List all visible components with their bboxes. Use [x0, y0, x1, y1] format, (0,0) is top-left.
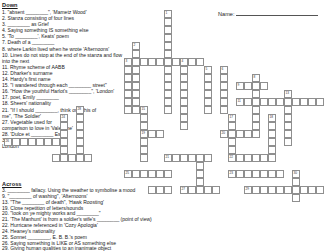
grid-cell[interactable]: [164, 26, 172, 34]
grid-cell[interactable]: 22: [228, 154, 236, 162]
clue-number: 13: [286, 91, 290, 95]
grid-cell[interactable]: [124, 82, 132, 90]
grid-cell[interactable]: [60, 122, 68, 130]
clue-number: 28: [78, 107, 82, 111]
grid-cell[interactable]: [164, 98, 172, 106]
grid-cell[interactable]: [140, 170, 148, 178]
grid-cell[interactable]: [156, 130, 164, 138]
grid-cell[interactable]: 11: [236, 98, 244, 106]
grid-cell[interactable]: 13: [284, 90, 292, 98]
name-fill-in-rule[interactable]: [236, 10, 318, 16]
grid-cell[interactable]: 6: [220, 66, 228, 74]
grid-cell[interactable]: [204, 98, 212, 106]
grid-cell[interactable]: [156, 170, 164, 178]
grid-cell[interactable]: [76, 130, 84, 138]
clue-number: 15: [142, 107, 146, 111]
grid-cell[interactable]: [220, 74, 228, 82]
grid-cell[interactable]: [260, 98, 268, 106]
grid-cell[interactable]: [220, 98, 228, 106]
grid-cell[interactable]: [124, 98, 132, 106]
grid-cell[interactable]: [44, 138, 52, 146]
grid-cell[interactable]: [84, 154, 92, 162]
grid-cell[interactable]: [196, 170, 204, 178]
grid-cell[interactable]: [60, 154, 68, 162]
clue-number: 25: [126, 171, 130, 175]
clue-number: 1: [166, 11, 168, 15]
grid-cell[interactable]: [244, 130, 252, 138]
grid-cell[interactable]: [316, 98, 324, 106]
grid-cell[interactable]: 25: [124, 170, 132, 178]
grid-cell[interactable]: [12, 138, 20, 146]
grid-cell[interactable]: [196, 162, 204, 170]
grid-cell[interactable]: [180, 90, 188, 98]
clue-number: 11: [238, 99, 241, 103]
grid-cell[interactable]: [132, 58, 140, 66]
grid-cell[interactable]: [244, 82, 252, 90]
grid-cell[interactable]: [180, 154, 188, 162]
grid-cell[interactable]: [260, 154, 268, 162]
grid-cell[interactable]: [180, 82, 188, 90]
grid-cell[interactable]: 18: [268, 114, 276, 122]
grid-cell[interactable]: [132, 90, 140, 98]
grid-cell[interactable]: 19: [140, 130, 148, 138]
grid-cell[interactable]: 21: [164, 154, 172, 162]
grid-cell[interactable]: [28, 138, 36, 146]
grid-cell[interactable]: [52, 138, 60, 146]
grid-cell[interactable]: [148, 130, 156, 138]
grid-cell[interactable]: [124, 74, 132, 82]
grid-cell[interactable]: [284, 122, 292, 130]
grid-cell[interactable]: [204, 74, 212, 82]
grid-cell[interactable]: [268, 98, 276, 106]
grid-cell[interactable]: [148, 58, 156, 66]
grid-cell[interactable]: [284, 138, 292, 146]
grid-cell[interactable]: [140, 138, 148, 146]
grid-cell[interactable]: 5: [204, 66, 212, 74]
grid-cell[interactable]: [140, 114, 148, 122]
grid-cell[interactable]: [284, 98, 292, 106]
grid-cell[interactable]: [180, 122, 188, 130]
grid-cell[interactable]: [268, 170, 276, 178]
grid-cell[interactable]: [76, 138, 84, 146]
grid-cell[interactable]: [164, 106, 172, 114]
grid-cell[interactable]: [228, 146, 236, 154]
grid-cell[interactable]: [76, 146, 84, 154]
grid-cell[interactable]: [140, 58, 148, 66]
grid-cell[interactable]: [132, 106, 140, 114]
grid-cell[interactable]: [292, 178, 300, 186]
grid-cell[interactable]: 8: [252, 74, 260, 82]
grid-cell[interactable]: [156, 58, 164, 66]
grid-cell[interactable]: [180, 98, 188, 106]
grid-cell[interactable]: [188, 154, 196, 162]
clue-number: 4: [182, 59, 184, 63]
grid-cell[interactable]: 20: [220, 130, 228, 138]
grid-cell[interactable]: [308, 98, 316, 106]
grid-cell[interactable]: [236, 154, 244, 162]
clue-line: 10. Lines do not stop at the end of the …: [2, 52, 124, 64]
grid-cell[interactable]: [180, 106, 188, 114]
clue-number: 9: [238, 83, 240, 87]
grid-cell[interactable]: [132, 74, 140, 82]
grid-cell[interactable]: [180, 114, 188, 122]
grid-cell[interactable]: [140, 122, 148, 130]
grid-cell[interactable]: [220, 82, 228, 90]
grid-cell[interactable]: 1: [164, 10, 172, 18]
grid-cell[interactable]: [228, 138, 236, 146]
grid-cell[interactable]: [60, 130, 68, 138]
grid-cell[interactable]: [36, 138, 44, 146]
grid-cell[interactable]: 30: [292, 170, 300, 178]
grid-cell[interactable]: [164, 42, 172, 50]
grid-cell[interactable]: [276, 170, 284, 178]
grid-cell[interactable]: [180, 74, 188, 82]
clue-number: 6: [222, 67, 224, 71]
grid-cell[interactable]: [76, 122, 84, 130]
grid-cell[interactable]: 15: [140, 106, 148, 114]
grid-cell[interactable]: [204, 106, 212, 114]
grid-cell[interactable]: [164, 74, 172, 82]
grid-cell[interactable]: [252, 90, 260, 98]
grid-cell[interactable]: [60, 146, 68, 154]
grid-cell[interactable]: [236, 170, 244, 178]
grid-cell[interactable]: [220, 106, 228, 114]
grid-cell[interactable]: [260, 170, 268, 178]
grid-cell[interactable]: [244, 170, 252, 178]
grid-cell[interactable]: [164, 82, 172, 90]
grid-cell[interactable]: [124, 66, 132, 74]
grid-cell[interactable]: [252, 170, 260, 178]
grid-cell[interactable]: [276, 98, 284, 106]
clue-number: 20: [222, 131, 226, 135]
grid-cell[interactable]: [20, 138, 28, 146]
grid-cell[interactable]: [180, 66, 188, 74]
grid-cell[interactable]: [148, 170, 156, 178]
grid-cell[interactable]: 9: [236, 82, 244, 90]
grid-cell[interactable]: 24: [60, 114, 68, 122]
grid-cell[interactable]: [260, 82, 268, 90]
grid-cell[interactable]: 26: [4, 138, 12, 146]
clue-number: 2: [134, 43, 136, 47]
grid-cell[interactable]: [124, 90, 132, 98]
grid-cell[interactable]: [140, 154, 148, 162]
grid-cell[interactable]: [268, 146, 276, 154]
grid-cell[interactable]: [164, 18, 172, 26]
clue-number: 22: [230, 155, 234, 159]
grid-cell[interactable]: [252, 130, 260, 138]
grid-cell[interactable]: [236, 130, 244, 138]
clue-line: 8. where Larkin lived when he wrote 'Aft…: [2, 46, 124, 52]
clue-number: 17: [230, 115, 234, 119]
grid-cell[interactable]: [252, 98, 260, 106]
grid-cell[interactable]: [76, 154, 84, 162]
grid-cell[interactable]: [292, 98, 300, 106]
grid-cell[interactable]: [172, 154, 180, 162]
clue-number: 21: [166, 155, 170, 159]
clue-number: 30: [294, 171, 298, 175]
grid-cell[interactable]: [196, 154, 204, 162]
grid-cell[interactable]: [268, 154, 276, 162]
clue-number: 8: [254, 75, 256, 79]
grid-cell[interactable]: [164, 34, 172, 42]
grid-cell[interactable]: [204, 90, 212, 98]
clue-number: 19: [142, 131, 146, 135]
grid-cell[interactable]: [164, 90, 172, 98]
clue-number: 3: [126, 59, 128, 63]
grid-cell[interactable]: 4: [180, 58, 188, 66]
grid-cell[interactable]: [252, 82, 260, 90]
grid-cell[interactable]: [52, 154, 60, 162]
grid-cell[interactable]: [244, 154, 252, 162]
grid-cell[interactable]: [308, 186, 316, 194]
grid-cell[interactable]: [268, 130, 276, 138]
clue-number: 24: [62, 115, 66, 119]
grid-cell[interactable]: [204, 154, 212, 162]
grid-cell[interactable]: [132, 170, 140, 178]
grid-cell[interactable]: [68, 154, 76, 162]
grid-cell[interactable]: [252, 114, 260, 122]
clue-number: 18: [270, 115, 274, 119]
grid-cell[interactable]: [132, 98, 140, 106]
grid-cell[interactable]: [284, 106, 292, 114]
grid-cell[interactable]: [188, 58, 196, 66]
grid-cell[interactable]: 28: [76, 106, 84, 114]
grid-cell[interactable]: [268, 122, 276, 130]
clue-number: 23: [230, 171, 234, 175]
grid-cell[interactable]: [284, 114, 292, 122]
name-label: Name:: [218, 11, 234, 17]
grid-cell[interactable]: [316, 186, 324, 194]
grid-cell[interactable]: [172, 58, 180, 66]
down-heading: Down: [2, 2, 18, 8]
clue-number: 26: [6, 139, 10, 143]
grid-cell[interactable]: [220, 90, 228, 98]
grid-cell[interactable]: [196, 58, 204, 66]
grid-cell[interactable]: [60, 138, 68, 146]
grid-cell[interactable]: [140, 146, 148, 154]
grid-cell[interactable]: [300, 98, 308, 106]
clue-number: 5: [206, 67, 208, 71]
grid-cell[interactable]: [124, 106, 132, 114]
grid-cell[interactable]: [228, 130, 236, 138]
grid-cell[interactable]: [196, 178, 204, 186]
across-clue-list: 3. ________ fallacy. Using the weather t…: [2, 188, 302, 252]
grid-cell[interactable]: [132, 82, 140, 90]
grid-cell[interactable]: 17: [228, 114, 236, 122]
grid-cell[interactable]: [284, 130, 292, 138]
name-line: Name:: [218, 10, 318, 17]
grid-cell[interactable]: [252, 122, 260, 130]
grid-cell[interactable]: [132, 66, 140, 74]
grid-cell[interactable]: [164, 58, 172, 66]
grid-cell[interactable]: [164, 170, 172, 178]
grid-cell[interactable]: [228, 122, 236, 130]
grid-cell[interactable]: 23: [228, 170, 236, 178]
grid-cell[interactable]: 2: [132, 42, 140, 50]
grid-cell[interactable]: [164, 50, 172, 58]
grid-cell[interactable]: 3: [124, 58, 132, 66]
clue-line: 29. Giving human qualities to an inanima…: [2, 246, 302, 252]
grid-cell[interactable]: [244, 98, 252, 106]
grid-cell[interactable]: [204, 82, 212, 90]
grid-cell[interactable]: [252, 106, 260, 114]
grid-cell[interactable]: [132, 50, 140, 58]
grid-cell[interactable]: [268, 138, 276, 146]
grid-cell[interactable]: [76, 114, 84, 122]
grid-cell[interactable]: [252, 154, 260, 162]
grid-cell[interactable]: [164, 66, 172, 74]
